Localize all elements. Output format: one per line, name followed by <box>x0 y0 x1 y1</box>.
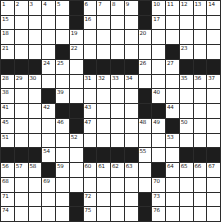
crossword-cell[interactable] <box>97 178 110 192</box>
black-cell <box>1 60 14 74</box>
clue-number: 1 <box>2 1 5 8</box>
crossword-cell[interactable] <box>194 16 207 30</box>
crossword-cell[interactable]: 64 <box>166 163 179 177</box>
clue-number: 52 <box>71 134 78 141</box>
crossword-cell[interactable]: 15 <box>1 16 14 30</box>
crossword-cell[interactable] <box>166 75 179 89</box>
clue-number: 34 <box>126 75 133 82</box>
black-cell <box>84 148 97 162</box>
crossword-cell[interactable] <box>42 193 55 207</box>
crossword-cell[interactable] <box>180 207 193 221</box>
crossword-cell[interactable]: 55 <box>139 148 152 162</box>
crossword-cell[interactable] <box>194 45 207 59</box>
crossword-cell[interactable] <box>125 30 138 44</box>
clue-number: 67 <box>208 163 215 170</box>
crossword-cell[interactable]: 27 <box>166 60 179 74</box>
clue-number: 76 <box>153 207 160 214</box>
crossword-cell[interactable]: 18 <box>1 30 14 44</box>
crossword-cell[interactable] <box>56 134 69 148</box>
crossword-cell[interactable] <box>15 30 28 44</box>
crossword-cell[interactable]: 26 <box>139 60 152 74</box>
crossword-cell[interactable] <box>56 148 69 162</box>
crossword-cell[interactable] <box>29 30 42 44</box>
crossword-cell[interactable] <box>166 193 179 207</box>
crossword-cell[interactable] <box>139 75 152 89</box>
crossword-cell[interactable]: 33 <box>111 75 124 89</box>
crossword-cell[interactable] <box>15 16 28 30</box>
crossword-cell[interactable]: 12 <box>180 1 193 15</box>
crossword-cell[interactable] <box>97 16 110 30</box>
crossword-cell[interactable]: 5 <box>56 1 69 15</box>
crossword-cell[interactable]: 30 <box>29 75 42 89</box>
crossword-cell[interactable] <box>84 178 97 192</box>
crossword-cell[interactable] <box>97 30 110 44</box>
black-cell <box>111 60 124 74</box>
clue-number: 72 <box>85 193 92 200</box>
clue-number: 59 <box>57 163 64 170</box>
crossword-cell[interactable]: 68 <box>1 178 14 192</box>
crossword-cell[interactable] <box>97 207 110 221</box>
clue-number: 60 <box>85 163 92 170</box>
clue-number: 41 <box>2 104 9 111</box>
crossword-cell[interactable] <box>84 45 97 59</box>
crossword-cell[interactable]: 38 <box>1 89 14 103</box>
crossword-cell[interactable]: 76 <box>152 207 165 221</box>
crossword-cell[interactable]: 4 <box>42 1 55 15</box>
clue-number: 26 <box>140 60 147 67</box>
crossword-cell[interactable] <box>111 178 124 192</box>
crossword-cell[interactable] <box>42 16 55 30</box>
crossword-cell[interactable] <box>166 148 179 162</box>
crossword-cell[interactable] <box>70 163 83 177</box>
crossword-cell[interactable] <box>97 193 110 207</box>
crossword-cell[interactable] <box>180 89 193 103</box>
crossword-cell[interactable]: 67 <box>207 163 220 177</box>
black-cell <box>125 148 138 162</box>
black-cell <box>56 45 69 59</box>
clue-number: 36 <box>195 75 202 82</box>
crossword-cell[interactable] <box>56 16 69 30</box>
black-cell <box>15 60 28 74</box>
crossword-cell[interactable]: 19 <box>70 30 83 44</box>
crossword-cell[interactable]: 8 <box>111 1 124 15</box>
clue-number: 35 <box>181 75 188 82</box>
black-cell <box>152 163 165 177</box>
crossword-cell[interactable] <box>139 45 152 59</box>
black-cell <box>70 193 83 207</box>
clue-number: 13 <box>195 1 202 8</box>
clue-number: 19 <box>71 30 78 37</box>
crossword-cell[interactable] <box>29 207 42 221</box>
crossword-cell[interactable] <box>15 207 28 221</box>
clue-number: 29 <box>16 75 23 82</box>
clue-number: 24 <box>43 60 50 67</box>
crossword-cell[interactable] <box>207 207 220 221</box>
crossword-cell[interactable]: 16 <box>84 16 97 30</box>
crossword-cell[interactable]: 40 <box>152 89 165 103</box>
crossword-cell[interactable]: 63 <box>125 163 138 177</box>
black-cell <box>152 104 165 118</box>
clue-number: 3 <box>30 1 33 8</box>
crossword-cell[interactable] <box>139 178 152 192</box>
black-cell <box>139 89 152 103</box>
crossword-cell[interactable] <box>42 119 55 133</box>
black-cell <box>70 207 83 221</box>
clue-number: 9 <box>126 1 129 8</box>
crossword-cell[interactable] <box>56 178 69 192</box>
crossword-cell[interactable] <box>97 119 110 133</box>
crossword-cell[interactable]: 46 <box>56 119 69 133</box>
crossword-cell[interactable]: 10 <box>152 1 165 15</box>
black-cell <box>125 60 138 74</box>
crossword-cell[interactable]: 1 <box>1 1 14 15</box>
clue-number: 14 <box>208 1 215 8</box>
crossword-cell[interactable]: 51 <box>1 134 14 148</box>
clue-number: 75 <box>85 207 92 214</box>
crossword-cell[interactable]: 13 <box>194 1 207 15</box>
crossword-cell[interactable]: 23 <box>180 45 193 59</box>
crossword-cell[interactable] <box>70 75 83 89</box>
crossword-cell[interactable]: 74 <box>1 207 14 221</box>
crossword-cell[interactable] <box>125 207 138 221</box>
crossword-cell[interactable]: 53 <box>166 134 179 148</box>
clue-number: 57 <box>16 163 23 170</box>
crossword-cell[interactable]: 56 <box>1 163 14 177</box>
clue-number: 55 <box>140 148 147 155</box>
crossword-cell[interactable] <box>111 119 124 133</box>
crossword-cell[interactable] <box>125 89 138 103</box>
crossword-cell[interactable] <box>70 89 83 103</box>
crossword-cell[interactable] <box>15 134 28 148</box>
crossword-cell[interactable] <box>152 30 165 44</box>
crossword-cell[interactable]: 59 <box>56 163 69 177</box>
crossword-cell[interactable]: 37 <box>207 75 220 89</box>
crossword-cell[interactable] <box>180 178 193 192</box>
crossword-cell[interactable] <box>29 119 42 133</box>
crossword-cell[interactable] <box>56 30 69 44</box>
crossword-cell[interactable] <box>15 89 28 103</box>
crossword-cell[interactable] <box>84 134 97 148</box>
crossword-cell[interactable] <box>15 119 28 133</box>
black-cell <box>42 89 55 103</box>
clue-number: 46 <box>57 119 64 126</box>
crossword-cell[interactable]: 36 <box>194 75 207 89</box>
clue-number: 54 <box>43 148 50 155</box>
crossword-cell[interactable] <box>70 178 83 192</box>
crossword-cell[interactable] <box>29 45 42 59</box>
black-cell <box>42 163 55 177</box>
clue-number: 23 <box>181 45 188 52</box>
clue-number: 42 <box>43 104 50 111</box>
crossword-cell[interactable] <box>194 104 207 118</box>
crossword-cell[interactable] <box>180 193 193 207</box>
crossword-cell[interactable] <box>111 207 124 221</box>
crossword-cell[interactable]: 75 <box>84 207 97 221</box>
crossword-cell[interactable] <box>29 178 42 192</box>
black-cell <box>15 148 28 162</box>
crossword-cell[interactable] <box>29 104 42 118</box>
clue-number: 7 <box>98 1 101 8</box>
crossword-cell[interactable] <box>125 193 138 207</box>
clue-number: 63 <box>126 163 133 170</box>
crossword-cell[interactable] <box>125 104 138 118</box>
crossword-cell[interactable] <box>194 89 207 103</box>
black-cell <box>194 148 207 162</box>
crossword-cell[interactable] <box>207 178 220 192</box>
black-cell <box>139 16 152 30</box>
clue-number: 4 <box>43 1 46 8</box>
crossword-cell[interactable]: 7 <box>97 1 110 15</box>
clue-number: 53 <box>167 134 174 141</box>
crossword-cell[interactable]: 6 <box>84 1 97 15</box>
clue-number: 65 <box>181 163 188 170</box>
clue-number: 73 <box>153 193 160 200</box>
clue-number: 64 <box>167 163 174 170</box>
crossword-cell[interactable] <box>194 193 207 207</box>
crossword-cell[interactable] <box>152 45 165 59</box>
crossword-cell[interactable]: 39 <box>56 89 69 103</box>
crossword-cell[interactable] <box>180 30 193 44</box>
crossword-cell[interactable] <box>166 178 179 192</box>
crossword-cell[interactable]: 73 <box>152 193 165 207</box>
clue-number: 30 <box>30 75 37 82</box>
clue-number: 50 <box>181 119 188 126</box>
clue-number: 48 <box>140 119 147 126</box>
crossword-cell[interactable] <box>152 60 165 74</box>
crossword-cell[interactable] <box>139 134 152 148</box>
crossword-cell[interactable]: 61 <box>97 163 110 177</box>
crossword-cell[interactable]: 58 <box>29 163 42 177</box>
crossword-cell[interactable]: 31 <box>84 75 97 89</box>
crossword-cell[interactable] <box>125 119 138 133</box>
crossword-cell[interactable]: 65 <box>180 163 193 177</box>
crossword-cell[interactable] <box>139 163 152 177</box>
black-cell <box>70 104 83 118</box>
crossword-cell[interactable] <box>207 30 220 44</box>
crossword-cell[interactable]: 69 <box>42 178 55 192</box>
crossword-cell[interactable]: 47 <box>84 119 97 133</box>
crossword-cell[interactable] <box>111 30 124 44</box>
clue-number: 32 <box>98 75 105 82</box>
crossword-cell[interactable]: 20 <box>139 30 152 44</box>
crossword-cell[interactable] <box>194 134 207 148</box>
crossword-cell[interactable] <box>84 89 97 103</box>
black-cell <box>56 104 69 118</box>
crossword-cell[interactable]: 62 <box>111 163 124 177</box>
crossword-cell[interactable]: 45 <box>1 119 14 133</box>
crossword-cell[interactable]: 14 <box>207 1 220 15</box>
crossword-cell[interactable]: 70 <box>152 178 165 192</box>
crossword-cell[interactable]: 35 <box>180 75 193 89</box>
crossword-cell[interactable] <box>207 89 220 103</box>
crossword-grid: 1234567891011121314151617181920212223242… <box>0 0 221 222</box>
crossword-cell[interactable] <box>125 45 138 59</box>
crossword-cell[interactable]: 41 <box>1 104 14 118</box>
crossword-cell[interactable]: 57 <box>15 163 28 177</box>
crossword-cell[interactable]: 24 <box>42 60 55 74</box>
crossword-cell[interactable]: 21 <box>1 45 14 59</box>
clue-number: 68 <box>2 178 9 185</box>
crossword-cell[interactable] <box>111 16 124 30</box>
clue-number: 33 <box>112 75 119 82</box>
clue-number: 45 <box>2 119 9 126</box>
crossword-cell[interactable]: 11 <box>166 1 179 15</box>
crossword-cell[interactable] <box>194 207 207 221</box>
crossword-cell[interactable] <box>111 104 124 118</box>
clue-number: 62 <box>112 163 119 170</box>
clue-number: 31 <box>85 75 92 82</box>
crossword-cell[interactable] <box>166 16 179 30</box>
crossword-cell[interactable] <box>180 16 193 30</box>
crossword-cell[interactable]: 34 <box>125 75 138 89</box>
clue-number: 6 <box>85 1 88 8</box>
crossword-cell[interactable] <box>15 104 28 118</box>
clue-number: 47 <box>85 119 92 126</box>
crossword-cell[interactable] <box>29 193 42 207</box>
clue-number: 5 <box>57 1 60 8</box>
crossword-cell[interactable] <box>15 178 28 192</box>
clue-number: 16 <box>85 16 92 23</box>
crossword-cell[interactable] <box>194 119 207 133</box>
crossword-cell[interactable]: 44 <box>166 104 179 118</box>
clue-number: 2 <box>16 1 19 8</box>
clue-number: 49 <box>153 119 160 126</box>
clue-number: 22 <box>71 45 78 52</box>
crossword-cell[interactable] <box>152 134 165 148</box>
crossword-cell[interactable] <box>207 104 220 118</box>
crossword-cell[interactable] <box>56 75 69 89</box>
black-cell <box>70 1 83 15</box>
black-cell <box>84 60 97 74</box>
crossword-cell[interactable] <box>125 178 138 192</box>
black-cell <box>139 207 152 221</box>
black-cell <box>207 60 220 74</box>
clue-number: 61 <box>98 163 105 170</box>
crossword-cell[interactable] <box>42 30 55 44</box>
black-cell <box>139 193 152 207</box>
clue-number: 69 <box>43 178 50 185</box>
crossword-cell[interactable] <box>207 193 220 207</box>
black-cell <box>1 148 14 162</box>
crossword-cell[interactable] <box>207 16 220 30</box>
crossword-cell[interactable]: 32 <box>97 75 110 89</box>
clue-number: 21 <box>2 45 9 52</box>
crossword-cell[interactable] <box>180 134 193 148</box>
crossword-cell[interactable] <box>166 207 179 221</box>
crossword-cell[interactable] <box>97 104 110 118</box>
crossword-cell[interactable] <box>15 193 28 207</box>
crossword-cell[interactable] <box>166 89 179 103</box>
clue-number: 25 <box>57 60 64 67</box>
crossword-cell[interactable]: 72 <box>84 193 97 207</box>
crossword-cell[interactable] <box>70 60 83 74</box>
crossword-cell[interactable]: 43 <box>84 104 97 118</box>
crossword-cell[interactable] <box>111 45 124 59</box>
black-cell <box>70 16 83 30</box>
black-cell <box>207 148 220 162</box>
clue-number: 70 <box>153 178 160 185</box>
clue-number: 10 <box>153 1 160 8</box>
crossword-cell[interactable] <box>207 134 220 148</box>
crossword-cell[interactable]: 3 <box>29 1 42 15</box>
crossword-cell[interactable] <box>15 45 28 59</box>
crossword-cell[interactable] <box>97 89 110 103</box>
crossword-cell[interactable] <box>166 30 179 44</box>
clue-number: 12 <box>181 1 188 8</box>
clue-number: 44 <box>167 104 174 111</box>
black-cell <box>29 148 42 162</box>
crossword-cell[interactable]: 49 <box>152 119 165 133</box>
crossword-cell[interactable] <box>111 134 124 148</box>
crossword-cell[interactable]: 60 <box>84 163 97 177</box>
crossword-cell[interactable]: 9 <box>125 1 138 15</box>
black-cell <box>29 60 42 74</box>
crossword-cell[interactable]: 48 <box>139 119 152 133</box>
crossword-cell[interactable]: 25 <box>56 60 69 74</box>
crossword-cell[interactable] <box>194 30 207 44</box>
crossword-cell[interactable] <box>152 75 165 89</box>
crossword-cell[interactable]: 66 <box>194 163 207 177</box>
crossword-cell[interactable] <box>125 134 138 148</box>
crossword-cell[interactable] <box>42 45 55 59</box>
crossword-cell[interactable] <box>29 134 42 148</box>
clue-number: 58 <box>30 163 37 170</box>
crossword-cell[interactable] <box>207 45 220 59</box>
crossword-cell[interactable] <box>84 30 97 44</box>
crossword-cell[interactable] <box>125 16 138 30</box>
black-cell <box>166 45 179 59</box>
crossword-cell[interactable] <box>70 148 83 162</box>
crossword-cell[interactable]: 22 <box>70 45 83 59</box>
crossword-cell[interactable]: 29 <box>15 75 28 89</box>
black-cell <box>70 119 83 133</box>
clue-number: 37 <box>208 75 215 82</box>
clue-number: 11 <box>167 1 174 8</box>
crossword-cell[interactable] <box>42 134 55 148</box>
crossword-cell[interactable]: 17 <box>152 16 165 30</box>
crossword-cell[interactable]: 42 <box>42 104 55 118</box>
crossword-cell[interactable]: 2 <box>15 1 28 15</box>
clue-number: 74 <box>2 207 9 214</box>
crossword-cell[interactable]: 52 <box>70 134 83 148</box>
black-cell <box>166 119 179 133</box>
crossword-cell[interactable]: 28 <box>1 75 14 89</box>
clue-number: 56 <box>2 163 9 170</box>
crossword-cell[interactable] <box>111 89 124 103</box>
crossword-cell[interactable] <box>152 148 165 162</box>
crossword-cell[interactable] <box>180 104 193 118</box>
clue-number: 20 <box>140 30 147 37</box>
crossword-cell[interactable]: 71 <box>1 193 14 207</box>
crossword-cell[interactable] <box>111 193 124 207</box>
crossword-cell[interactable]: 50 <box>180 119 193 133</box>
clue-number: 28 <box>2 75 9 82</box>
crossword-cell[interactable] <box>29 16 42 30</box>
crossword-cell[interactable] <box>97 45 110 59</box>
crossword-cell[interactable] <box>42 207 55 221</box>
clue-number: 8 <box>112 1 115 8</box>
crossword-cell[interactable] <box>194 178 207 192</box>
clue-number: 38 <box>2 89 9 96</box>
crossword-cell[interactable]: 54 <box>42 148 55 162</box>
crossword-cell[interactable] <box>56 207 69 221</box>
crossword-cell[interactable] <box>29 89 42 103</box>
crossword-cell[interactable] <box>97 134 110 148</box>
crossword-cell[interactable] <box>42 75 55 89</box>
crossword-cell[interactable] <box>56 193 69 207</box>
crossword-cell[interactable] <box>207 119 220 133</box>
black-cell <box>111 148 124 162</box>
